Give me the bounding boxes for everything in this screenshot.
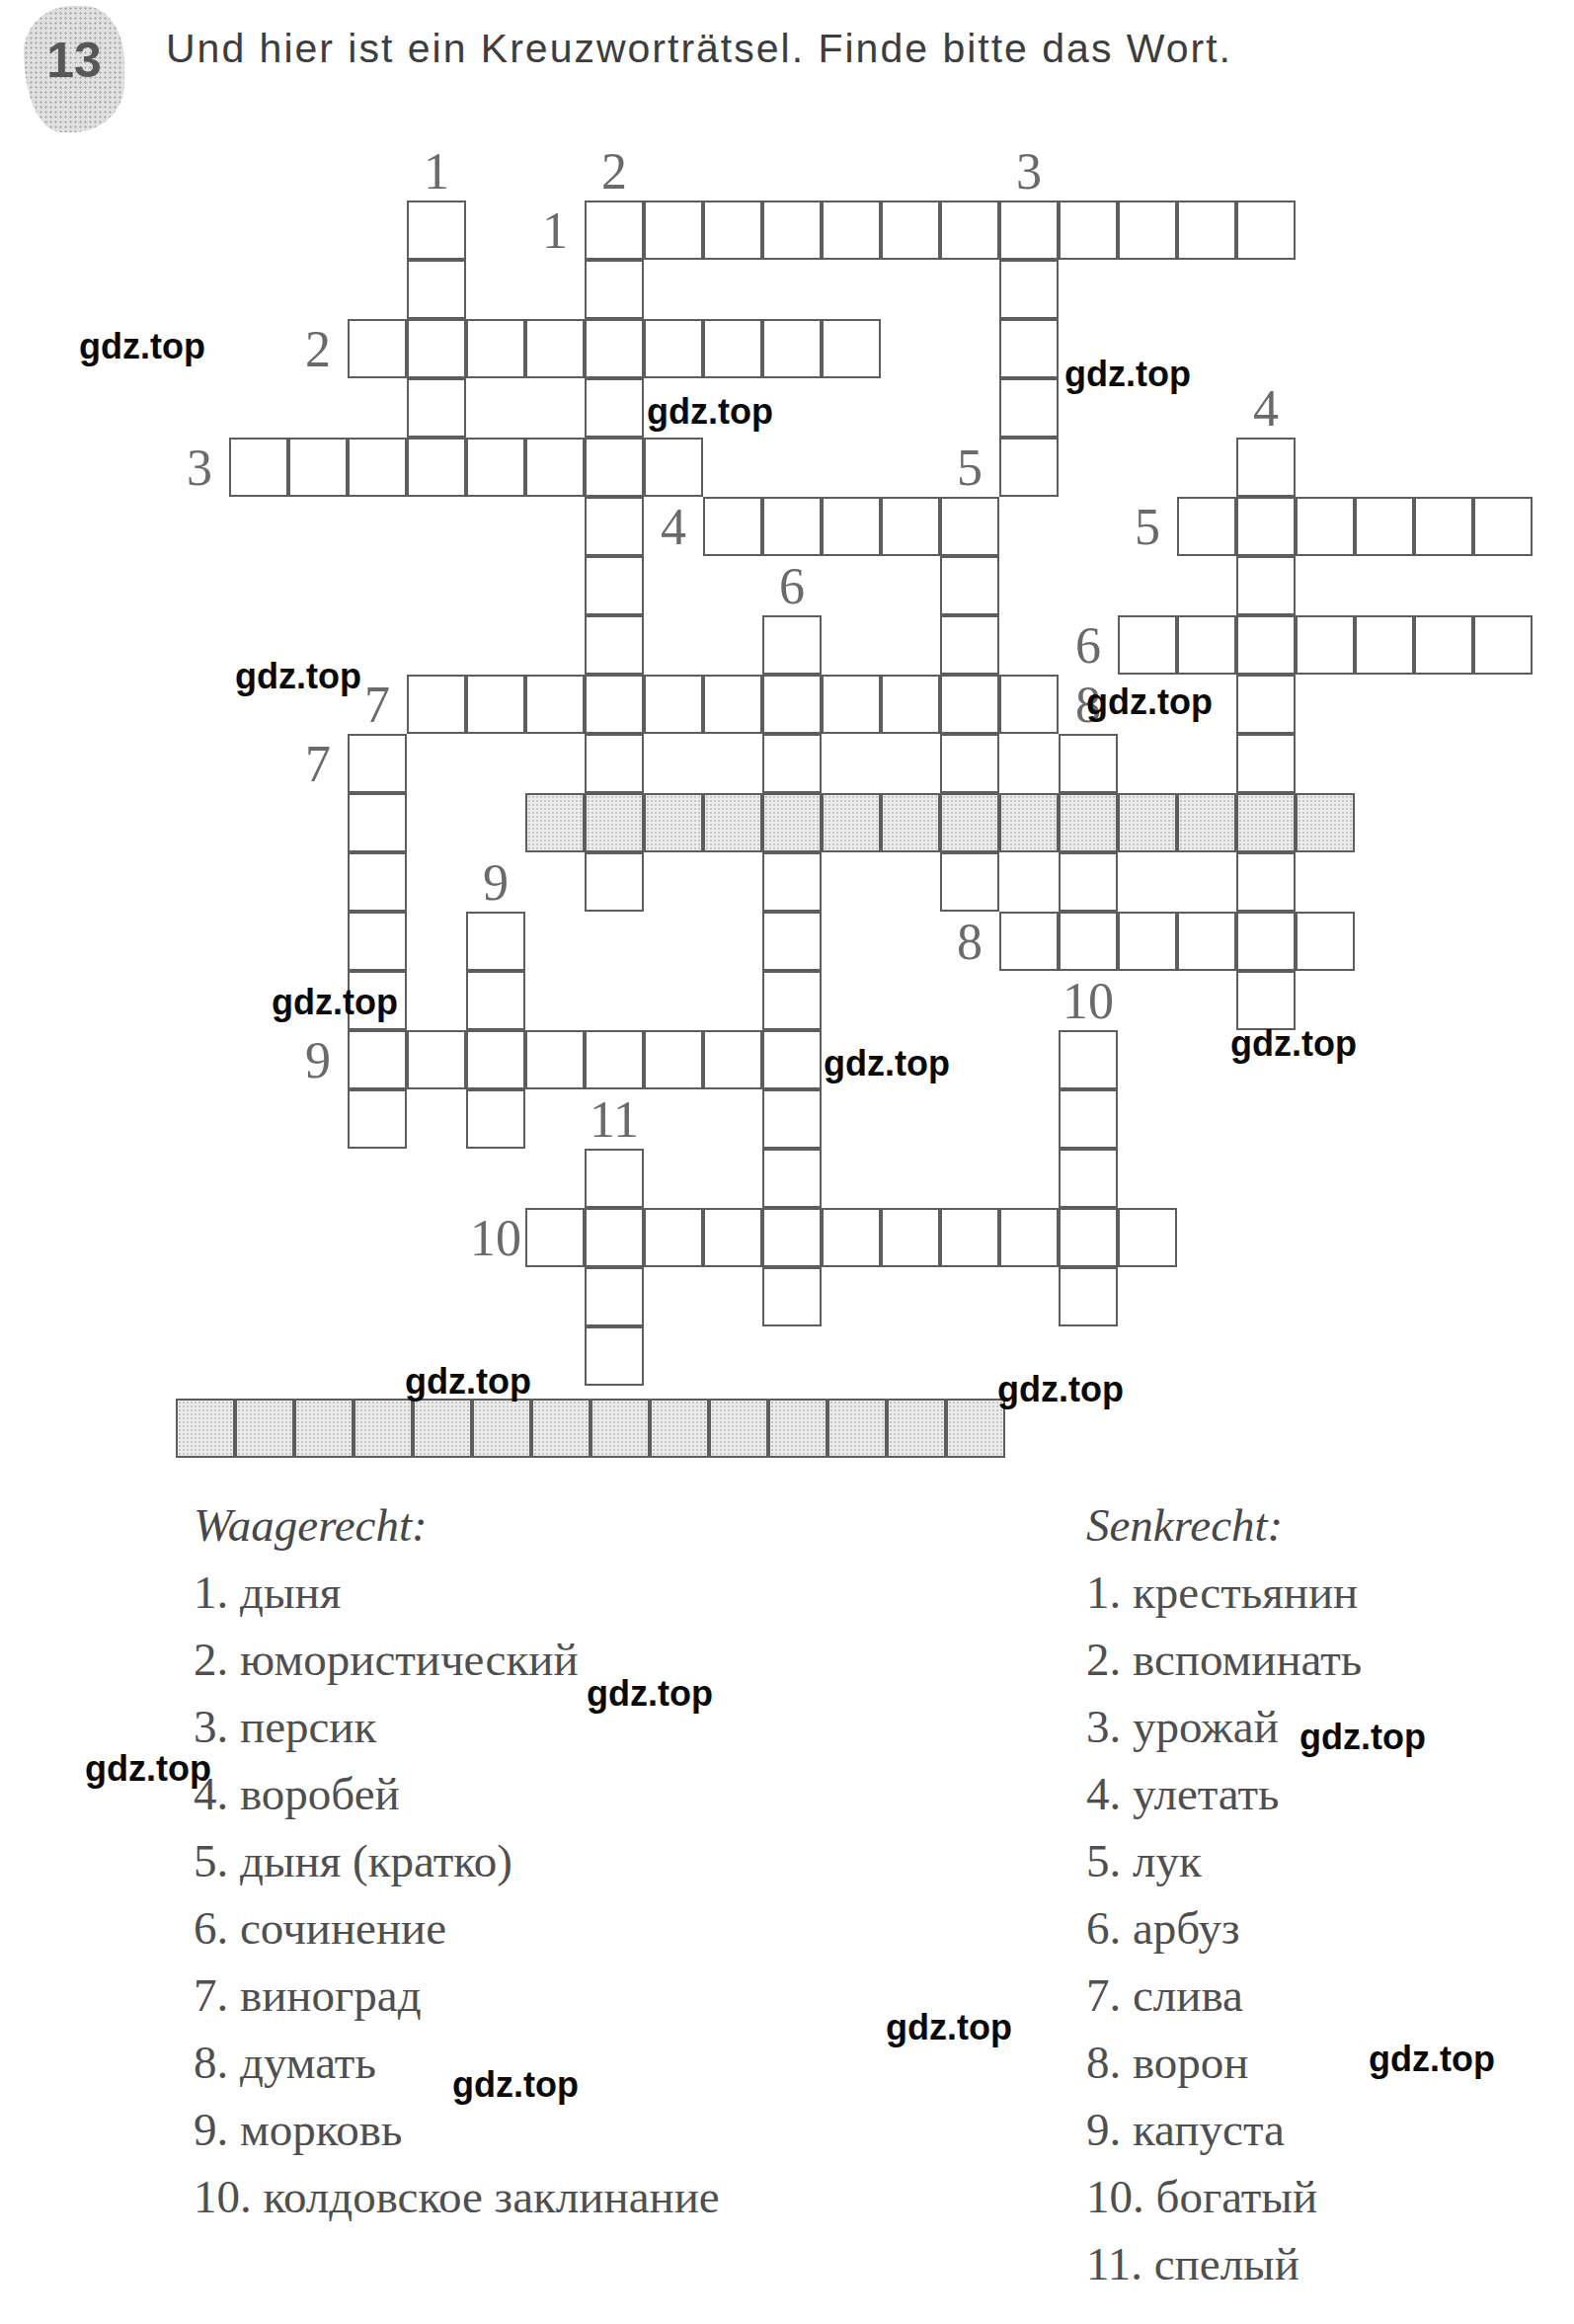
gdz-top-watermark: gdz.top <box>85 1748 211 1790</box>
across-number-label: 2 <box>288 319 348 378</box>
grid-cell[interactable] <box>1236 852 1296 912</box>
grid-cell[interactable] <box>999 1208 1059 1267</box>
across-number-label: 8 <box>940 912 999 971</box>
answer-strip-cell[interactable] <box>650 1399 709 1458</box>
grid-cell[interactable] <box>999 438 1059 497</box>
grid-cell[interactable] <box>288 438 348 497</box>
grid-cell[interactable] <box>1236 200 1296 260</box>
workbook-page: 13 Und hier ist ein Kreuzworträtsel. Fin… <box>0 0 1574 2324</box>
shaded-answer-cell[interactable] <box>881 793 940 852</box>
grid-cell[interactable] <box>1059 1149 1118 1208</box>
grid-cell[interactable] <box>703 1030 762 1089</box>
clues-across-header: Waagerecht: <box>194 1491 720 1559</box>
shaded-answer-cell[interactable] <box>1118 793 1177 852</box>
grid-cell[interactable] <box>762 1267 822 1326</box>
exercise-title: Und hier ist ein Kreuzworträtsel. Finde … <box>166 26 1232 72</box>
grid-cell[interactable] <box>940 615 999 675</box>
grid-cell[interactable] <box>1059 734 1118 793</box>
grid-cell[interactable] <box>940 556 999 615</box>
across-number-label: 3 <box>170 438 229 497</box>
clue-item: 7. виноград <box>194 1962 720 2029</box>
crossword-grid: 123456789101234567891011 <box>229 200 1533 1386</box>
clue-item: 10. богатый <box>1086 2163 1362 2230</box>
clue-item: 9. морковь <box>194 2096 720 2163</box>
grid-cell[interactable] <box>1236 971 1296 1030</box>
down-number-label: 3 <box>999 141 1059 200</box>
grid-cell[interactable] <box>525 438 585 497</box>
grid-cell[interactable] <box>585 1030 644 1089</box>
grid-cell[interactable] <box>1059 1208 1118 1267</box>
grid-cell[interactable] <box>466 1030 525 1089</box>
clues-across-column: Waagerecht: 1. дыня2. юмористический3. п… <box>194 1491 720 2230</box>
grid-cell[interactable] <box>585 438 644 497</box>
grid-cell[interactable] <box>525 1030 585 1089</box>
shaded-answer-cell[interactable] <box>644 793 703 852</box>
clue-item: 8. ворон <box>1086 2029 1362 2096</box>
answer-strip-cell[interactable] <box>946 1399 1005 1458</box>
answer-strip-cell[interactable] <box>472 1399 531 1458</box>
grid-cell[interactable] <box>407 200 466 260</box>
grid-cell[interactable] <box>940 497 999 556</box>
grid-cell[interactable] <box>348 912 407 971</box>
gdz-top-watermark: gdz.top <box>647 391 773 433</box>
grid-cell[interactable] <box>407 378 466 438</box>
grid-cell[interactable] <box>1059 1030 1118 1089</box>
grid-cell[interactable] <box>644 1208 703 1267</box>
grid-cell[interactable] <box>1296 497 1355 556</box>
down-number-label: 1 <box>407 141 466 200</box>
grid-cell[interactable] <box>348 438 407 497</box>
gdz-top-watermark: gdz.top <box>1369 2039 1495 2080</box>
grid-cell[interactable] <box>703 497 762 556</box>
grid-cell[interactable] <box>999 260 1059 319</box>
grid-cell[interactable] <box>1059 852 1118 912</box>
grid-cell[interactable] <box>881 200 940 260</box>
grid-cell[interactable] <box>585 1208 644 1267</box>
grid-cell[interactable] <box>407 675 466 734</box>
shaded-answer-cell[interactable] <box>999 793 1059 852</box>
grid-cell[interactable] <box>525 1208 585 1267</box>
down-number-label: 10 <box>1059 971 1118 1030</box>
gdz-top-watermark: gdz.top <box>79 326 205 367</box>
grid-cell[interactable] <box>407 438 466 497</box>
grid-cell[interactable] <box>585 852 644 912</box>
grid-cell[interactable] <box>348 852 407 912</box>
shaded-answer-cell[interactable] <box>1059 793 1118 852</box>
clue-item: 4. улетать <box>1086 1760 1362 1827</box>
grid-cell[interactable] <box>229 438 288 497</box>
grid-cell[interactable] <box>703 319 762 378</box>
clues-down-header: Senkrecht: <box>1086 1491 1362 1559</box>
down-number-label: 2 <box>585 141 644 200</box>
answer-strip-cell[interactable] <box>294 1399 354 1458</box>
down-number-label: 6 <box>762 556 822 615</box>
grid-cell[interactable] <box>644 438 703 497</box>
shaded-answer-cell[interactable] <box>762 793 822 852</box>
answer-strip-cell[interactable] <box>354 1399 413 1458</box>
grid-cell[interactable] <box>762 1030 822 1089</box>
shaded-answer-cell[interactable] <box>1296 793 1355 852</box>
grid-cell[interactable] <box>940 734 999 793</box>
grid-cell[interactable] <box>999 378 1059 438</box>
grid-cell[interactable] <box>1118 912 1177 971</box>
answer-strip-cell[interactable] <box>176 1399 235 1458</box>
grid-cell[interactable] <box>1355 615 1414 675</box>
grid-cell[interactable] <box>525 675 585 734</box>
grid-cell[interactable] <box>466 319 525 378</box>
grid-cell[interactable] <box>585 615 644 675</box>
grid-cell[interactable] <box>881 497 940 556</box>
grid-cell[interactable] <box>762 1089 822 1149</box>
grid-cell[interactable] <box>644 319 703 378</box>
clues-across-list: 1. дыня2. юмористический3. персик4. воро… <box>194 1559 720 2230</box>
gdz-top-watermark: gdz.top <box>235 656 361 697</box>
gdz-top-watermark: gdz.top <box>272 982 398 1023</box>
exercise-number-badge: 13 <box>24 6 124 132</box>
clue-item: 4. воробей <box>194 1760 720 1827</box>
grid-cell[interactable] <box>1236 497 1296 556</box>
grid-cell[interactable] <box>703 1208 762 1267</box>
shaded-answer-cell[interactable] <box>940 793 999 852</box>
grid-cell[interactable] <box>940 1208 999 1267</box>
gdz-top-watermark: gdz.top <box>587 1673 713 1715</box>
grid-cell[interactable] <box>881 675 940 734</box>
grid-cell[interactable] <box>585 378 644 438</box>
down-number-label: 4 <box>1236 378 1296 438</box>
gdz-top-watermark: gdz.top <box>1086 681 1213 723</box>
grid-cell[interactable] <box>585 497 644 556</box>
grid-cell[interactable] <box>1177 200 1236 260</box>
grid-cell[interactable] <box>762 615 822 675</box>
grid-cell[interactable] <box>1473 615 1533 675</box>
gdz-top-watermark: gdz.top <box>405 1361 531 1402</box>
across-number-label: 4 <box>644 497 703 556</box>
grid-cell[interactable] <box>585 556 644 615</box>
gdz-top-watermark: gdz.top <box>886 2007 1012 2048</box>
grid-cell[interactable] <box>1414 615 1473 675</box>
grid-cell[interactable] <box>1059 200 1118 260</box>
grid-cell[interactable] <box>1296 615 1355 675</box>
clue-item: 2. вспоминать <box>1086 1626 1362 1693</box>
down-number-label: 5 <box>940 438 999 497</box>
grid-cell[interactable] <box>940 675 999 734</box>
grid-cell[interactable] <box>1177 497 1236 556</box>
grid-cell[interactable] <box>1059 1089 1118 1149</box>
grid-cell[interactable] <box>1177 615 1236 675</box>
answer-strip-cell[interactable] <box>768 1399 827 1458</box>
clue-item: 6. арбуз <box>1086 1894 1362 1962</box>
grid-cell[interactable] <box>1118 615 1177 675</box>
grid-cell[interactable] <box>762 1208 822 1267</box>
across-number-label: 9 <box>288 1030 348 1089</box>
grid-cell[interactable] <box>999 200 1059 260</box>
grid-cell[interactable] <box>1236 734 1296 793</box>
grid-cell[interactable] <box>762 734 822 793</box>
grid-cell[interactable] <box>1059 912 1118 971</box>
clues-down-column: Senkrecht: 1. крестьянин2. вспоминать3. … <box>1086 1491 1362 2297</box>
answer-strip-cell[interactable] <box>590 1399 650 1458</box>
clue-item: 6. сочинение <box>194 1894 720 1962</box>
across-number-label: 6 <box>1059 615 1118 675</box>
grid-cell[interactable] <box>585 200 644 260</box>
shaded-answer-cell[interactable] <box>585 793 644 852</box>
down-number-label: 11 <box>585 1089 644 1149</box>
grid-cell[interactable] <box>466 438 525 497</box>
grid-cell[interactable] <box>407 260 466 319</box>
shaded-answer-cell[interactable] <box>525 793 585 852</box>
clues-down-list: 1. крестьянин2. вспоминать3. урожай4. ул… <box>1086 1559 1362 2297</box>
grid-cell[interactable] <box>585 675 644 734</box>
grid-cell[interactable] <box>822 319 881 378</box>
clue-item: 11. спелый <box>1086 2230 1362 2297</box>
answer-strip <box>176 1399 1005 1458</box>
answer-strip-cell[interactable] <box>413 1399 472 1458</box>
answer-strip-cell[interactable] <box>531 1399 590 1458</box>
grid-cell[interactable] <box>1296 912 1355 971</box>
answer-strip-cell[interactable] <box>709 1399 768 1458</box>
grid-cell[interactable] <box>703 200 762 260</box>
grid-cell[interactable] <box>644 1030 703 1089</box>
answer-strip-cell[interactable] <box>887 1399 946 1458</box>
grid-cell[interactable] <box>762 912 822 971</box>
grid-cell[interactable] <box>762 852 822 912</box>
grid-cell[interactable] <box>1236 675 1296 734</box>
grid-cell[interactable] <box>348 319 407 378</box>
gdz-top-watermark: gdz.top <box>452 2064 579 2106</box>
grid-cell[interactable] <box>585 1149 644 1208</box>
grid-cell[interactable] <box>822 497 881 556</box>
grid-cell[interactable] <box>585 734 644 793</box>
grid-cell[interactable] <box>1355 497 1414 556</box>
grid-cell[interactable] <box>762 1149 822 1208</box>
grid-cell[interactable] <box>644 200 703 260</box>
grid-cell[interactable] <box>762 497 822 556</box>
clue-item: 7. слива <box>1086 1962 1362 2029</box>
grid-cell[interactable] <box>762 675 822 734</box>
grid-cell[interactable] <box>466 971 525 1030</box>
grid-cell[interactable] <box>999 912 1059 971</box>
grid-cell[interactable] <box>940 852 999 912</box>
gdz-top-watermark: gdz.top <box>1064 354 1191 395</box>
grid-cell[interactable] <box>348 793 407 852</box>
grid-cell[interactable] <box>822 675 881 734</box>
across-number-label: 5 <box>1118 497 1177 556</box>
grid-cell[interactable] <box>1118 200 1177 260</box>
grid-cell[interactable] <box>1236 438 1296 497</box>
down-number-label: 7 <box>288 734 348 793</box>
grid-cell[interactable] <box>407 1030 466 1089</box>
grid-cell[interactable] <box>348 734 407 793</box>
grid-cell[interactable] <box>703 675 762 734</box>
shaded-answer-cell[interactable] <box>1236 793 1296 852</box>
answer-strip-cell[interactable] <box>827 1399 887 1458</box>
gdz-top-watermark: gdz.top <box>824 1043 950 1084</box>
grid-cell[interactable] <box>999 319 1059 378</box>
grid-cell[interactable] <box>822 200 881 260</box>
grid-cell[interactable] <box>585 1326 644 1386</box>
exercise-number: 13 <box>46 32 102 89</box>
grid-cell[interactable] <box>762 971 822 1030</box>
grid-cell[interactable] <box>1177 912 1236 971</box>
gdz-top-watermark: gdz.top <box>1230 1023 1357 1065</box>
gdz-top-watermark: gdz.top <box>997 1369 1124 1410</box>
shaded-answer-cell[interactable] <box>1177 793 1236 852</box>
clue-item: 10. колдовское заклинание <box>194 2163 720 2230</box>
grid-cell[interactable] <box>348 1030 407 1089</box>
clue-item: 9. капуста <box>1086 2096 1362 2163</box>
grid-cell[interactable] <box>585 260 644 319</box>
grid-cell[interactable] <box>585 319 644 378</box>
grid-cell[interactable] <box>1236 615 1296 675</box>
grid-cell[interactable] <box>822 1208 881 1267</box>
grid-cell[interactable] <box>644 675 703 734</box>
gdz-top-watermark: gdz.top <box>1299 1717 1426 1758</box>
grid-cell[interactable] <box>1414 497 1473 556</box>
shaded-answer-cell[interactable] <box>703 793 762 852</box>
grid-cell[interactable] <box>999 675 1059 734</box>
grid-cell[interactable] <box>466 1089 525 1149</box>
across-number-label: 1 <box>525 200 585 260</box>
shaded-answer-cell[interactable] <box>822 793 881 852</box>
grid-cell[interactable] <box>762 319 822 378</box>
across-number-label: 10 <box>466 1208 525 1267</box>
grid-cell[interactable] <box>1059 1267 1118 1326</box>
grid-cell[interactable] <box>881 1208 940 1267</box>
grid-cell[interactable] <box>1236 912 1296 971</box>
grid-cell[interactable] <box>466 675 525 734</box>
grid-cell[interactable] <box>940 200 999 260</box>
grid-cell[interactable] <box>1473 497 1533 556</box>
clue-item: 5. дыня (кратко) <box>194 1827 720 1894</box>
grid-cell[interactable] <box>348 1089 407 1149</box>
grid-cell[interactable] <box>1118 1208 1177 1267</box>
down-number-label: 9 <box>466 852 525 912</box>
grid-cell[interactable] <box>466 912 525 971</box>
grid-cell[interactable] <box>762 200 822 260</box>
grid-cell[interactable] <box>525 319 585 378</box>
clue-item: 5. лук <box>1086 1827 1362 1894</box>
clue-item: 1. дыня <box>194 1559 720 1626</box>
answer-strip-cell[interactable] <box>235 1399 294 1458</box>
grid-cell[interactable] <box>407 319 466 378</box>
grid-cell[interactable] <box>585 1267 644 1326</box>
grid-cell[interactable] <box>1236 556 1296 615</box>
clue-item: 1. крестьянин <box>1086 1559 1362 1626</box>
